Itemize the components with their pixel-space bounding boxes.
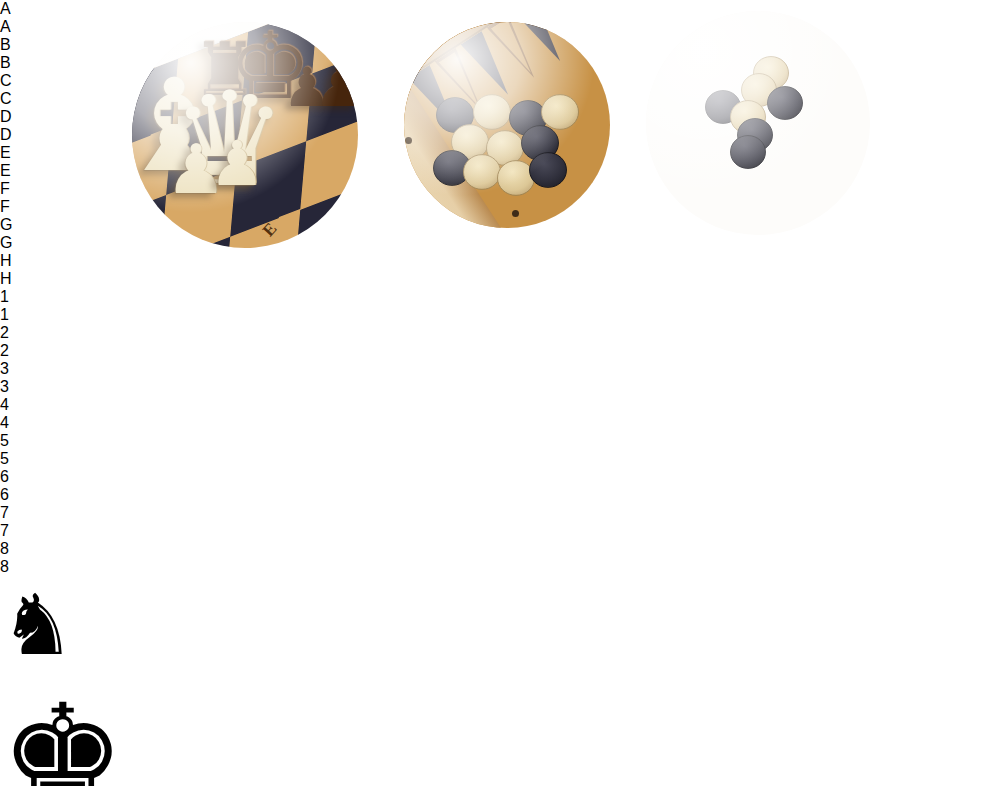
file-label: H — [0, 270, 998, 288]
rank-label: 4 — [0, 396, 998, 414]
photo-highlight — [646, 11, 870, 235]
rank-label: 6 — [0, 486, 998, 504]
chess-pieces: ♞♚♟♛♚♞♟♟♝♜ — [0, 576, 998, 786]
product-photo: E ♜♚♟♟♝♛♟♟ 321AB — [0, 0, 998, 786]
rank-label: 8 — [0, 540, 998, 558]
black-king: ♚ — [0, 674, 998, 786]
rank-label: 3 — [0, 360, 998, 378]
file-label: H — [0, 252, 998, 270]
inset-chess-closeup: E ♜♚♟♟♝♛♟♟ — [132, 22, 358, 248]
rank-label: 3 — [0, 378, 998, 396]
rank-label: 7 — [0, 504, 998, 522]
file-label: G — [0, 234, 998, 252]
rank-label: 6 — [0, 468, 998, 486]
inset-backgammon — [404, 22, 610, 228]
rank-label: 1 — [0, 306, 998, 324]
rank-label: 7 — [0, 522, 998, 540]
white-knight: ♞ — [0, 576, 998, 674]
rank-label: 1 — [0, 288, 998, 306]
rank-label: 2 — [0, 342, 998, 360]
rank-label: 5 — [0, 450, 998, 468]
photo-highlight — [132, 22, 358, 248]
rank-label: 8 — [0, 558, 998, 576]
inset-checkers: 321AB — [646, 11, 870, 235]
rank-label: 2 — [0, 324, 998, 342]
file-label: A — [0, 0, 998, 18]
rank-label: 5 — [0, 432, 998, 450]
photo-highlight — [404, 22, 610, 228]
rank-label: 4 — [0, 414, 998, 432]
